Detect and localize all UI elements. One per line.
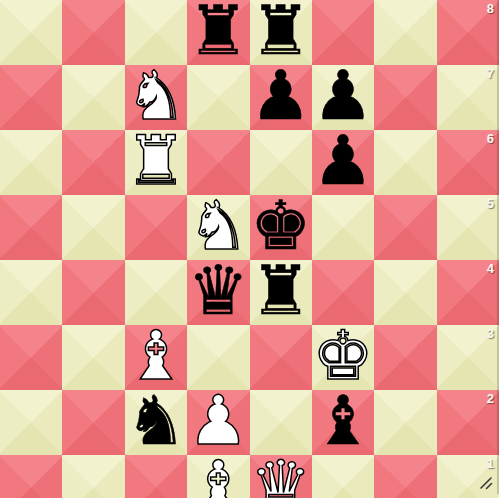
square-c6[interactable]: ♜ (125, 130, 187, 195)
square-d7[interactable] (187, 65, 249, 130)
black-knight[interactable]: ♞ (125, 387, 186, 455)
square-b4[interactable] (62, 260, 124, 325)
square-a1[interactable]: a (0, 455, 62, 498)
rank-label-6: 6 (487, 131, 494, 146)
black-bishop[interactable]: ♝ (313, 387, 374, 455)
square-g7[interactable] (374, 65, 436, 130)
square-a6[interactable] (0, 130, 62, 195)
white-knight[interactable]: ♞ (125, 62, 186, 130)
white-rook[interactable]: ♜ (125, 127, 186, 195)
square-a5[interactable] (0, 195, 62, 260)
square-h2[interactable]: 2 (437, 390, 499, 455)
black-rook[interactable]: ♜ (188, 0, 249, 65)
square-h3[interactable]: 3 (437, 325, 499, 390)
rank-label-2: 2 (487, 391, 494, 406)
square-g1[interactable]: g (374, 455, 436, 498)
square-c2[interactable]: ♞ (125, 390, 187, 455)
white-bishop[interactable]: ♝ (125, 322, 186, 390)
square-g3[interactable] (374, 325, 436, 390)
square-b5[interactable] (62, 195, 124, 260)
square-h5[interactable]: 5 (437, 195, 499, 260)
square-b6[interactable] (62, 130, 124, 195)
square-h7[interactable]: 7 (437, 65, 499, 130)
square-a7[interactable] (0, 65, 62, 130)
square-g2[interactable] (374, 390, 436, 455)
square-f6[interactable]: ♟ (312, 130, 374, 195)
rank-label-3: 3 (487, 326, 494, 341)
rank-label-1: 1 (487, 456, 494, 471)
square-f1[interactable]: f (312, 455, 374, 498)
square-a8[interactable] (0, 0, 62, 65)
rank-label-5: 5 (487, 196, 494, 211)
white-knight[interactable]: ♞ (188, 192, 249, 260)
square-g4[interactable] (374, 260, 436, 325)
square-h8[interactable]: 8 (437, 0, 499, 65)
rank-label-8: 8 (487, 1, 494, 16)
square-a4[interactable] (0, 260, 62, 325)
square-e3[interactable] (250, 325, 312, 390)
black-pawn[interactable]: ♟ (250, 62, 311, 130)
black-rook[interactable]: ♜ (250, 257, 311, 325)
square-a3[interactable] (0, 325, 62, 390)
square-b7[interactable] (62, 65, 124, 130)
chess-board: ♜♜8♞♟♟7♜♟6♞♚5♛♜4♝♚3♞♟♝2abc♝d♛efgh1 (0, 0, 499, 494)
square-d8[interactable]: ♜ (187, 0, 249, 65)
square-d1[interactable]: ♝d (187, 455, 249, 498)
white-queen[interactable]: ♛ (250, 452, 311, 498)
square-b2[interactable] (62, 390, 124, 455)
square-c1[interactable]: c (125, 455, 187, 498)
square-e1[interactable]: ♛e (250, 455, 312, 498)
square-g5[interactable] (374, 195, 436, 260)
square-d4[interactable]: ♛ (187, 260, 249, 325)
square-b1[interactable]: b (62, 455, 124, 498)
square-g6[interactable] (374, 130, 436, 195)
square-b8[interactable] (62, 0, 124, 65)
square-h4[interactable]: 4 (437, 260, 499, 325)
rank-label-4: 4 (487, 261, 494, 276)
square-a2[interactable] (0, 390, 62, 455)
square-h6[interactable]: 6 (437, 130, 499, 195)
square-e4[interactable]: ♜ (250, 260, 312, 325)
black-pawn[interactable]: ♟ (313, 127, 374, 195)
white-bishop[interactable]: ♝ (188, 452, 249, 498)
white-king[interactable]: ♚ (313, 322, 374, 390)
black-queen[interactable]: ♛ (188, 257, 249, 325)
square-g8[interactable] (374, 0, 436, 65)
black-king[interactable]: ♚ (250, 192, 311, 260)
rank-label-7: 7 (487, 66, 494, 81)
square-e7[interactable]: ♟ (250, 65, 312, 130)
black-pawn[interactable]: ♟ (313, 62, 374, 130)
square-b3[interactable] (62, 325, 124, 390)
resize-handle-icon[interactable] (478, 475, 494, 491)
square-f5[interactable] (312, 195, 374, 260)
square-f2[interactable]: ♝ (312, 390, 374, 455)
square-c5[interactable] (125, 195, 187, 260)
white-pawn[interactable]: ♟ (188, 387, 249, 455)
